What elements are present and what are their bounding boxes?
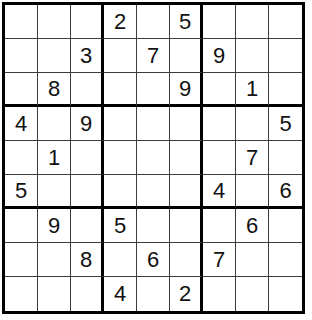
cell-r7c9[interactable]: [269, 209, 302, 243]
given-digit: 6: [147, 249, 159, 271]
given-digit: 5: [15, 180, 27, 202]
cell-r7c5[interactable]: [137, 209, 170, 243]
given-digit: 8: [80, 249, 92, 271]
cell-r8c4[interactable]: [104, 243, 137, 277]
cell-r3c2[interactable]: 8: [38, 73, 71, 107]
given-digit: 8: [48, 78, 60, 100]
cell-r6c8[interactable]: [236, 175, 269, 209]
cell-r1c4[interactable]: 2: [104, 5, 137, 39]
cell-r1c5[interactable]: [137, 5, 170, 39]
cell-r8c7[interactable]: 7: [203, 243, 236, 277]
cell-r7c7[interactable]: [203, 209, 236, 243]
cell-r8c8[interactable]: [236, 243, 269, 277]
given-digit: 2: [114, 11, 126, 33]
cell-r7c2[interactable]: 9: [38, 209, 71, 243]
cell-r9c4[interactable]: 4: [104, 277, 137, 311]
cell-r8c6[interactable]: [170, 243, 203, 277]
cell-r2c4[interactable]: [104, 39, 137, 73]
given-digit: 1: [48, 147, 60, 169]
cell-r6c5[interactable]: [137, 175, 170, 209]
cell-r2c8[interactable]: [236, 39, 269, 73]
cell-r6c7[interactable]: 4: [203, 175, 236, 209]
cell-r3c5[interactable]: [137, 73, 170, 107]
cell-r7c3[interactable]: [71, 209, 104, 243]
cell-r6c9[interactable]: 6: [269, 175, 302, 209]
cell-r5c1[interactable]: [5, 141, 38, 175]
cell-r2c5[interactable]: 7: [137, 39, 170, 73]
given-digit: 3: [80, 45, 92, 67]
cell-r9c3[interactable]: [71, 277, 104, 311]
given-digit: 5: [279, 113, 291, 135]
cell-r2c3[interactable]: 3: [71, 39, 104, 73]
cell-r3c6[interactable]: 9: [170, 73, 203, 107]
given-digit: 4: [213, 180, 225, 202]
cell-r4c2[interactable]: [38, 107, 71, 141]
cell-r1c7[interactable]: [203, 5, 236, 39]
cell-r9c7[interactable]: [203, 277, 236, 311]
cell-r5c3[interactable]: [71, 141, 104, 175]
cell-r9c9[interactable]: [269, 277, 302, 311]
cell-r3c4[interactable]: [104, 73, 137, 107]
cell-r8c1[interactable]: [5, 243, 38, 277]
cell-r5c5[interactable]: [137, 141, 170, 175]
cell-r7c6[interactable]: [170, 209, 203, 243]
cell-r7c1[interactable]: [5, 209, 38, 243]
cell-r4c4[interactable]: [104, 107, 137, 141]
cell-r4c9[interactable]: 5: [269, 107, 302, 141]
given-digit: 7: [213, 249, 225, 271]
given-digit: 9: [213, 45, 225, 67]
cell-r3c3[interactable]: [71, 73, 104, 107]
given-digit: 2: [179, 283, 191, 305]
sudoku-page: 253798914951754695686742: [0, 0, 312, 320]
cell-r9c6[interactable]: 2: [170, 277, 203, 311]
sudoku-board: 253798914951754695686742: [2, 2, 305, 314]
given-digit: 5: [114, 215, 126, 237]
cell-r2c7[interactable]: 9: [203, 39, 236, 73]
cell-r6c6[interactable]: [170, 175, 203, 209]
cell-r4c6[interactable]: [170, 107, 203, 141]
given-digit: 7: [147, 45, 159, 67]
given-digit: 9: [80, 113, 92, 135]
cell-r5c2[interactable]: 1: [38, 141, 71, 175]
given-digit: 6: [246, 215, 258, 237]
cell-r9c8[interactable]: [236, 277, 269, 311]
cell-r9c5[interactable]: [137, 277, 170, 311]
cell-r1c2[interactable]: [38, 5, 71, 39]
cell-r4c7[interactable]: [203, 107, 236, 141]
cell-r1c3[interactable]: [71, 5, 104, 39]
cell-r2c1[interactable]: [5, 39, 38, 73]
given-digit: 4: [15, 113, 27, 135]
given-digit: 5: [179, 11, 191, 33]
cell-r1c1[interactable]: [5, 5, 38, 39]
cell-r4c5[interactable]: [137, 107, 170, 141]
cell-r3c8[interactable]: 1: [236, 73, 269, 107]
cell-r5c8[interactable]: 7: [236, 141, 269, 175]
cell-r1c6[interactable]: 5: [170, 5, 203, 39]
cell-r6c4[interactable]: [104, 175, 137, 209]
cell-r5c9[interactable]: [269, 141, 302, 175]
given-digit: 4: [114, 283, 126, 305]
cell-r8c9[interactable]: [269, 243, 302, 277]
cell-r3c7[interactable]: [203, 73, 236, 107]
cell-r5c6[interactable]: [170, 141, 203, 175]
given-digit: 9: [48, 215, 60, 237]
cell-r9c1[interactable]: [5, 277, 38, 311]
cell-r2c6[interactable]: [170, 39, 203, 73]
cell-r6c1[interactable]: 5: [5, 175, 38, 209]
given-digit: 6: [279, 180, 291, 202]
cell-r3c1[interactable]: [5, 73, 38, 107]
cell-r8c2[interactable]: [38, 243, 71, 277]
cell-r8c3[interactable]: 8: [71, 243, 104, 277]
given-digit: 1: [246, 78, 258, 100]
cell-r6c3[interactable]: [71, 175, 104, 209]
cell-r4c8[interactable]: [236, 107, 269, 141]
cell-r3c9[interactable]: [269, 73, 302, 107]
cell-r4c1[interactable]: 4: [5, 107, 38, 141]
cell-r7c4[interactable]: 5: [104, 209, 137, 243]
cell-r6c2[interactable]: [38, 175, 71, 209]
cell-r1c8[interactable]: [236, 5, 269, 39]
cell-r5c7[interactable]: [203, 141, 236, 175]
cell-r2c2[interactable]: [38, 39, 71, 73]
cell-r4c3[interactable]: 9: [71, 107, 104, 141]
given-digit: 7: [246, 147, 258, 169]
cell-r5c4[interactable]: [104, 141, 137, 175]
cell-r2c9[interactable]: [269, 39, 302, 73]
cell-r8c5[interactable]: 6: [137, 243, 170, 277]
cell-r7c8[interactable]: 6: [236, 209, 269, 243]
cell-r9c2[interactable]: [38, 277, 71, 311]
cell-r1c9[interactable]: [269, 5, 302, 39]
given-digit: 9: [179, 78, 191, 100]
